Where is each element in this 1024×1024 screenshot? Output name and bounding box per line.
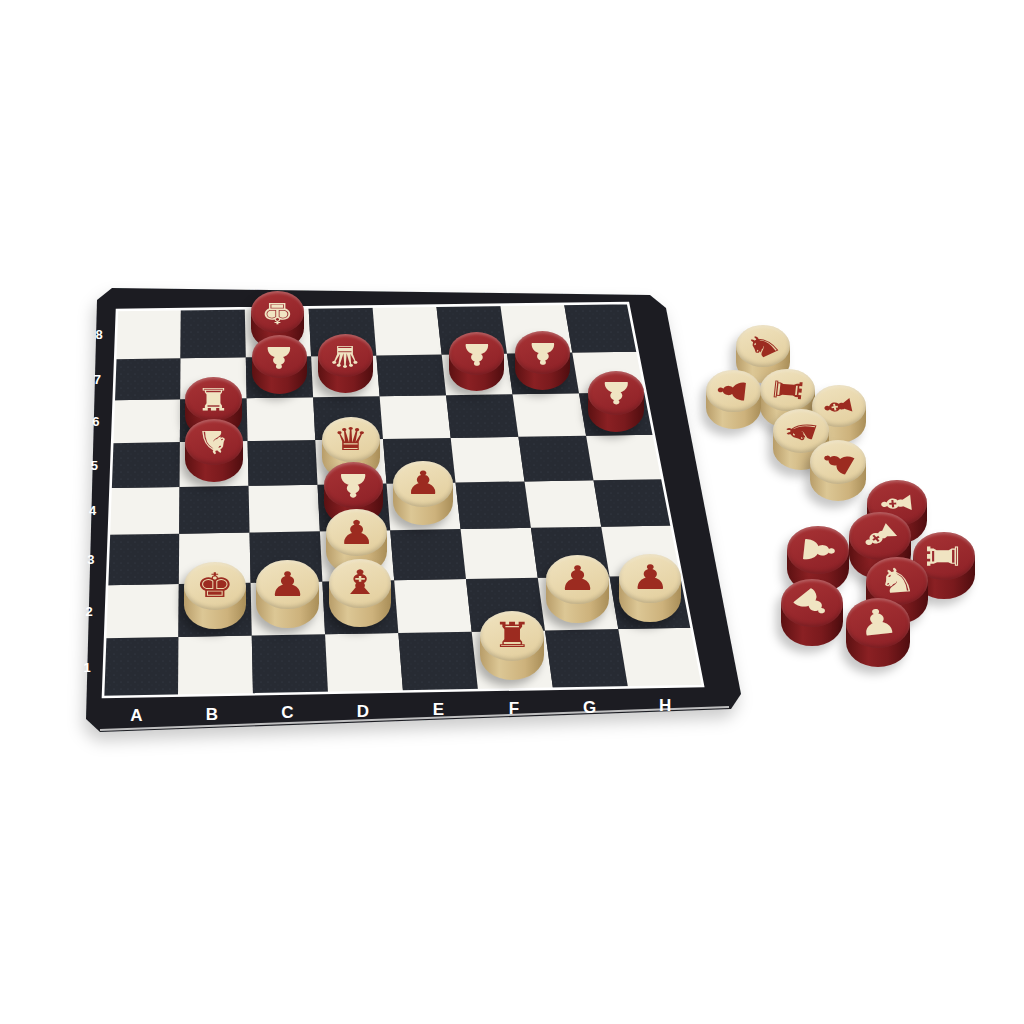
rank-label-7: 7: [94, 372, 101, 387]
piece-light-pawn-h2[interactable]: ♟: [619, 554, 682, 622]
disc-face: ♞: [185, 419, 243, 464]
offboard-light-pawn-2[interactable]: ♟: [706, 370, 761, 429]
disc-face: ♞: [736, 325, 790, 367]
file-label-f: F: [509, 699, 519, 718]
light-pawn-glyph: ♟: [405, 468, 441, 500]
square-g6[interactable]: [513, 393, 587, 437]
piece-light-pawn-e4[interactable]: ♟: [393, 461, 453, 525]
product-photo-scene: ABCDEFGH12345678 ♚♟♛♟♟♜♟♞♛♟♟♟♚♟♝♟♟♜♞♟♜♝♞…: [0, 0, 1024, 1024]
rank-label-4: 4: [89, 503, 97, 518]
piece-dark-knight-b5[interactable]: ♞: [185, 419, 243, 482]
square-e7[interactable]: [376, 354, 446, 396]
square-e1[interactable]: [398, 632, 478, 692]
square-h5[interactable]: [586, 435, 662, 481]
dark-pawn-glyph: ♟: [856, 604, 901, 643]
square-g4[interactable]: [525, 480, 602, 528]
light-king-glyph: ♚: [196, 569, 234, 603]
file-label-g: G: [583, 698, 596, 717]
square-e8[interactable]: [373, 306, 442, 356]
rank-label-5: 5: [91, 458, 98, 473]
disc-face: ♛: [322, 417, 380, 462]
rank-label-2: 2: [85, 604, 92, 619]
disc-face: ♟: [706, 370, 761, 413]
disc-face: ♚: [251, 291, 305, 333]
disc-face: ♚: [184, 562, 247, 611]
square-b4[interactable]: [179, 486, 249, 534]
disc-face: ♝: [849, 512, 911, 560]
square-g1[interactable]: [545, 629, 628, 689]
dark-king-glyph: ♚: [261, 297, 294, 326]
offboard-dark-pawn-6[interactable]: ♟: [781, 579, 843, 646]
square-a7[interactable]: [114, 358, 181, 400]
square-a1[interactable]: [103, 637, 178, 697]
offboard-light-pawn-6[interactable]: ♟: [810, 440, 866, 500]
disc-face: ♟: [393, 461, 453, 507]
disc-face: ♜: [760, 369, 815, 412]
file-label-d: D: [357, 702, 369, 721]
square-f5[interactable]: [451, 437, 525, 483]
square-a5[interactable]: [111, 442, 180, 488]
square-f6[interactable]: [446, 394, 518, 438]
piece-dark-queen-d7[interactable]: ♛: [318, 334, 373, 393]
disc-face: ♟: [515, 331, 570, 374]
square-c5[interactable]: [248, 440, 318, 486]
dark-queen-glyph: ♛: [328, 340, 362, 370]
square-f3[interactable]: [461, 528, 538, 579]
square-h4[interactable]: [594, 479, 672, 527]
offboard-dark-pawn-7[interactable]: ♟: [846, 598, 910, 667]
light-rook-glyph: ♜: [492, 618, 531, 653]
square-h8[interactable]: [564, 303, 637, 353]
file-label-e: E: [433, 700, 444, 719]
dark-pawn-glyph: ♟: [335, 469, 371, 501]
dark-pawn-glyph: ♟: [784, 580, 841, 625]
disc-face: ♜: [185, 377, 242, 421]
dark-pawn-glyph: ♟: [262, 341, 296, 371]
disc-face: ♟: [846, 598, 910, 648]
dark-knight-glyph: ♞: [196, 426, 231, 458]
square-a6[interactable]: [112, 399, 180, 443]
square-h1[interactable]: [618, 628, 703, 688]
square-c4[interactable]: [249, 485, 320, 533]
rank-label-8: 8: [95, 327, 102, 342]
square-g5[interactable]: [518, 436, 593, 482]
light-bishop-glyph: ♝: [341, 566, 379, 600]
light-rook-glyph: ♜: [767, 375, 807, 404]
square-b1[interactable]: [178, 636, 253, 696]
file-label-c: C: [281, 703, 293, 722]
square-c1[interactable]: [252, 634, 328, 694]
dark-knight-glyph: ♞: [876, 563, 917, 599]
square-b8[interactable]: [181, 308, 246, 358]
dark-pawn-glyph: ♟: [599, 377, 633, 408]
file-label-h: H: [659, 696, 671, 715]
square-a4[interactable]: [109, 487, 180, 535]
disc-face: ♛: [318, 334, 373, 377]
dark-rook-glyph: ♜: [923, 541, 965, 571]
light-pawn-glyph: ♟: [559, 563, 597, 597]
rank-label-1: 1: [83, 660, 90, 675]
disc-face: ♟: [619, 554, 682, 603]
piece-dark-pawn-h6[interactable]: ♟: [588, 371, 645, 432]
dark-rook-glyph: ♜: [196, 383, 230, 414]
piece-light-pawn-g2[interactable]: ♟: [546, 555, 609, 623]
square-a2[interactable]: [105, 584, 179, 638]
disc-face: ♟: [546, 555, 609, 604]
piece-dark-pawn-g7[interactable]: ♟: [515, 331, 570, 390]
piece-dark-pawn-f7[interactable]: ♟: [449, 332, 504, 391]
piece-dark-pawn-c7[interactable]: ♟: [252, 335, 307, 394]
light-pawn-glyph: ♟: [713, 376, 753, 405]
rank-label-3: 3: [87, 552, 94, 567]
disc-face: ♟: [324, 462, 384, 508]
square-e3[interactable]: [390, 529, 466, 580]
piece-light-bishop-d2[interactable]: ♝: [329, 559, 392, 627]
file-label-b: B: [206, 705, 218, 724]
rank-label-6: 6: [92, 414, 99, 429]
disc-face: ♟: [588, 371, 645, 415]
piece-light-king-b2[interactable]: ♚: [184, 562, 247, 630]
disc-face: ♜: [480, 611, 544, 661]
disc-face: ♟: [256, 560, 319, 609]
light-pawn-glyph: ♟: [814, 443, 863, 481]
dark-pawn-glyph: ♟: [526, 338, 560, 368]
file-label-a: A: [130, 706, 142, 725]
square-e6[interactable]: [380, 395, 451, 439]
disc-face: ♝: [329, 559, 392, 608]
dark-pawn-glyph: ♟: [795, 533, 840, 566]
disc-face: ♟: [810, 440, 866, 484]
light-knight-glyph: ♞: [740, 327, 787, 366]
square-e2[interactable]: [394, 579, 471, 633]
dark-bishop-glyph: ♝: [852, 514, 908, 558]
piece-light-rook-f1[interactable]: ♜: [480, 611, 544, 680]
light-pawn-glyph: ♟: [631, 561, 669, 595]
square-f4[interactable]: [456, 481, 531, 529]
disc-face: ♟: [781, 579, 843, 627]
disc-face: ♟: [449, 332, 504, 375]
square-a8[interactable]: [115, 309, 181, 359]
light-queen-glyph: ♛: [333, 424, 368, 456]
piece-light-pawn-c2[interactable]: ♟: [256, 560, 319, 628]
dark-pawn-glyph: ♟: [460, 338, 494, 368]
light-pawn-glyph: ♟: [268, 568, 306, 602]
disc-face: ♟: [252, 335, 307, 378]
disc-face: ♟: [787, 526, 849, 574]
square-c6[interactable]: [247, 397, 316, 441]
square-a3[interactable]: [107, 534, 179, 585]
square-d1[interactable]: [325, 633, 403, 693]
light-pawn-glyph: ♟: [338, 516, 375, 549]
